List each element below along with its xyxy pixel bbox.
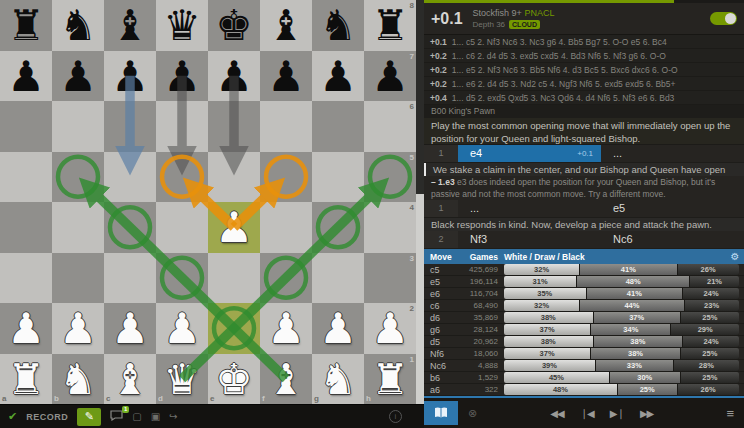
header-wdb: White / Draw / Black	[504, 252, 726, 262]
black-pawn-d7[interactable]: ♟	[156, 51, 208, 102]
square-g4[interactable]	[312, 202, 364, 253]
file-label-d: d	[158, 394, 163, 403]
square-f4[interactable]	[260, 202, 312, 253]
rank-label-3: 3	[410, 254, 414, 263]
square-a1[interactable]: ♜a	[0, 354, 52, 405]
engine-line-1[interactable]: +0.11... c5 2. Nf3 Nc6 3. Nc3 g6 4. Bb5 …	[424, 35, 744, 49]
black-king-e8[interactable]: ♚	[208, 0, 260, 51]
square-g1[interactable]: ♞g	[312, 354, 364, 405]
white-percent: 39%	[504, 360, 595, 371]
engine-eval: +0.1	[431, 10, 463, 28]
white-knight-b1[interactable]: ♞	[52, 354, 104, 405]
explorer-row-g6[interactable]: g628,12437%34%29%	[424, 324, 744, 336]
square-h1[interactable]: ♜h1	[364, 354, 416, 405]
engine-name: Stockfish 9+	[473, 8, 522, 18]
square-e2[interactable]	[208, 303, 260, 354]
square-a3[interactable]	[0, 253, 52, 304]
square-d5[interactable]	[156, 152, 208, 203]
line-eval: +0.2	[430, 65, 447, 75]
result-bar: 48%25%26%	[504, 384, 739, 395]
white-bishop-f1[interactable]: ♝	[260, 354, 312, 405]
rank-label-7: 7	[410, 52, 414, 61]
move-number: 2	[424, 231, 458, 248]
file-label-f: f	[262, 394, 265, 403]
file-label-c: c	[106, 394, 110, 403]
square-g3[interactable]	[312, 253, 364, 304]
white-percent: 37%	[504, 348, 590, 359]
square-d8[interactable]: ♛	[156, 0, 208, 51]
board-pane: ♜♞♝♛♚♝♞♜8♟♟♟♟♟♟♟♟765♟43♟♟♟♟♟♟♟2♜a♞b♝c♛d♚…	[0, 0, 424, 428]
black-knight-b8[interactable]: ♞	[52, 0, 104, 51]
explorer-games: 68,490	[456, 301, 504, 310]
rank-label-8: 8	[410, 1, 414, 10]
square-f7[interactable]: ♟	[260, 51, 312, 102]
move-black-e5[interactable]: e5	[601, 200, 744, 217]
opening-name: B00 King's Pawn	[424, 105, 744, 118]
line-eval: +0.4	[430, 93, 447, 103]
explorer-row-Nc6[interactable]: Nc64,88839%33%28%	[424, 360, 744, 372]
move-row-3: 2 Nf3 Nc6	[424, 231, 744, 249]
engine-depth: Depth 36	[473, 20, 505, 30]
white-pawn-c2[interactable]: ♟	[104, 303, 156, 354]
result-bar: 32%41%26%	[504, 264, 739, 275]
draw-percent: 38%	[594, 336, 683, 347]
white-pawn-d2[interactable]: ♟	[156, 303, 208, 354]
black-bishop-f8[interactable]: ♝	[260, 0, 312, 51]
white-king-e1[interactable]: ♚	[208, 354, 260, 405]
analysis-panel: +0.1 Stockfish 9+ PNACL Depth 36 CLOUD +…	[424, 0, 744, 428]
square-e7[interactable]: ♟	[208, 51, 260, 102]
explorer-row-d5[interactable]: d520,96238%38%24%	[424, 336, 744, 348]
square-h2[interactable]: ♟2	[364, 303, 416, 354]
white-percent: 45%	[504, 372, 609, 383]
explorer-row-a6[interactable]: a632248%25%26%	[424, 384, 744, 396]
square-h7[interactable]: ♟7	[364, 51, 416, 102]
line-eval: +0.2	[430, 79, 447, 89]
skip-to-end-button[interactable]: ▶▶	[640, 408, 653, 419]
white-rook-a1[interactable]: ♜	[0, 354, 52, 405]
guidance-text: Play the most common opening move that w…	[424, 118, 744, 145]
square-d4[interactable]	[156, 202, 208, 253]
record-label: RECORD	[26, 412, 68, 422]
explorer-move: g6	[424, 325, 456, 335]
move-number: 1	[424, 145, 458, 162]
explorer-move: c5	[424, 265, 456, 275]
square-f1[interactable]: ♝f	[260, 354, 312, 405]
explorer-games: 18,060	[456, 349, 504, 358]
square-b2[interactable]: ♟	[52, 303, 104, 354]
line-moves: 1... c5 2. Nf3 Nc6 3. Nc3 g6 4. Bb5 Bg7 …	[452, 37, 667, 47]
result-bar: 37%34%29%	[504, 324, 739, 335]
explorer-move: e5	[424, 277, 456, 287]
result-bar: 31%48%21%	[504, 276, 739, 287]
square-f5[interactable]	[260, 152, 312, 203]
explorer-games: 425,699	[456, 265, 504, 274]
draw-percent: 34%	[591, 324, 670, 335]
white-rook-h1[interactable]: ♜	[364, 354, 416, 405]
move-navigation: ◀◀ ❘◀ ▶❘ ▶▶	[550, 408, 653, 419]
explorer-move: Nf6	[424, 349, 456, 359]
board-image-button[interactable]: ▣	[151, 411, 160, 422]
variation-line[interactable]: – 1.e3 e3 does indeed open the position …	[424, 176, 744, 200]
draw-percent: 37%	[594, 312, 680, 323]
engine-toggle[interactable]	[710, 12, 737, 25]
black-pawn-g7[interactable]: ♟	[312, 51, 364, 102]
result-bar: 38%37%25%	[504, 312, 739, 323]
white-knight-g1[interactable]: ♞	[312, 354, 364, 405]
explorer-games: 4,888	[456, 361, 504, 370]
square-f6[interactable]	[260, 101, 312, 152]
draw-percent: 25%	[618, 384, 677, 395]
square-f3[interactable]	[260, 253, 312, 304]
square-e4[interactable]: ♟	[208, 202, 260, 253]
white-percent: 32%	[504, 300, 579, 311]
white-pawn-f2[interactable]: ♟	[260, 303, 312, 354]
result-bar: 32%44%23%	[504, 300, 739, 311]
file-label-b: b	[54, 394, 59, 403]
move-number: 1	[424, 200, 458, 217]
header-move: Move	[424, 252, 456, 262]
explorer-row-Nf6[interactable]: Nf618,06037%38%25%	[424, 348, 744, 360]
rank-label-5: 5	[410, 153, 414, 162]
square-d6[interactable]	[156, 101, 208, 152]
black-pawn-c7[interactable]: ♟	[104, 51, 156, 102]
square-f8[interactable]: ♝	[260, 0, 312, 51]
explorer-games: 116,704	[456, 289, 504, 298]
comment-button[interactable]: 1	[110, 410, 123, 424]
record-toolbar: ✔ RECORD ✎ 1 ▢ ▣ ↪ i	[0, 404, 424, 428]
white-queen-d1[interactable]: ♛	[156, 354, 208, 405]
move-row-2: 1 ... e5	[424, 200, 744, 218]
explorer-row-e6[interactable]: e6116,70435%41%24%	[424, 288, 744, 300]
rank-label-4: 4	[410, 203, 414, 212]
square-e3[interactable]	[208, 253, 260, 304]
square-f2[interactable]: ♟	[260, 303, 312, 354]
file-label-h: h	[366, 394, 371, 403]
square-g2[interactable]: ♟	[312, 303, 364, 354]
black-pawn-f7[interactable]: ♟	[260, 51, 312, 102]
square-e5[interactable]	[208, 152, 260, 203]
white-percent: 31%	[504, 276, 576, 287]
black-queen-d8[interactable]: ♛	[156, 0, 208, 51]
square-b3[interactable]	[52, 253, 104, 304]
engine-tech: PNACL	[524, 8, 554, 18]
square-b6[interactable]	[52, 101, 104, 152]
move-comment-2: Black responds in kind. Now, develop a p…	[424, 218, 744, 231]
explorer-row-c6[interactable]: c668,49032%44%23%	[424, 300, 744, 312]
square-a2[interactable]: ♟	[0, 303, 52, 354]
explorer-move: d6	[424, 313, 456, 323]
black-rook-a8[interactable]: ♜	[0, 0, 52, 51]
white-percent: 38%	[504, 312, 593, 323]
square-a5[interactable]	[0, 152, 52, 203]
square-b1[interactable]: ♞b	[52, 354, 104, 405]
black-pawn-h7[interactable]: ♟	[364, 51, 416, 102]
explorer-rows: c5425,69932%41%26%e5196,11431%48%21%e611…	[424, 264, 744, 396]
square-d1[interactable]: ♛d	[156, 354, 208, 405]
file-label-g: g	[314, 394, 319, 403]
info-icon[interactable]: i	[389, 410, 402, 423]
black-rook-h8[interactable]: ♜	[364, 0, 416, 51]
square-a7[interactable]: ♟	[0, 51, 52, 102]
square-a6[interactable]	[0, 101, 52, 152]
square-g5[interactable]	[312, 152, 364, 203]
book-icon	[434, 407, 448, 419]
square-c3[interactable]	[104, 253, 156, 304]
engine-line-5[interactable]: +0.41... d5 2. exd5 Qxd5 3. Nc3 Qd6 4. d…	[424, 91, 744, 105]
variation-move: – 1.e3	[431, 177, 455, 187]
black-percent: 25%	[681, 348, 739, 359]
square-g7[interactable]: ♟	[312, 51, 364, 102]
square-h8[interactable]: ♜8	[364, 0, 416, 51]
move-eval: +0.1	[577, 145, 593, 162]
explorer-row-c5[interactable]: c5425,69932%41%26%	[424, 264, 744, 276]
explorer-games: 35,869	[456, 313, 504, 322]
black-knight-g8[interactable]: ♞	[312, 0, 364, 51]
black-bishop-c8[interactable]: ♝	[104, 0, 156, 51]
black-percent: 26%	[678, 384, 739, 395]
explorer-games: 28,124	[456, 325, 504, 334]
chess-board[interactable]: ♜♞♝♛♚♝♞♜8♟♟♟♟♟♟♟♟765♟43♟♟♟♟♟♟♟2♜a♞b♝c♛d♚…	[0, 0, 416, 404]
explorer-row-e5[interactable]: e5196,11431%48%21%	[424, 276, 744, 288]
move-white-e4[interactable]: e4 +0.1	[458, 145, 601, 162]
square-c5[interactable]	[104, 152, 156, 203]
square-d2[interactable]: ♟	[156, 303, 208, 354]
square-e8[interactable]: ♚	[208, 0, 260, 51]
black-percent: 28%	[674, 360, 739, 371]
white-percent: 35%	[504, 288, 586, 299]
black-percent: 24%	[683, 336, 739, 347]
square-d3[interactable]	[156, 253, 208, 304]
white-pawn-g2[interactable]: ♟	[312, 303, 364, 354]
explorer-header: Move Games White / Draw / Black ⚙	[424, 249, 744, 264]
move-black-nc6[interactable]: Nc6	[601, 231, 744, 248]
black-percent: 26%	[678, 264, 739, 275]
square-b8[interactable]: ♞	[52, 0, 104, 51]
result-bar: 37%38%25%	[504, 348, 739, 359]
explorer-games: 196,114	[456, 277, 504, 286]
square-d7[interactable]: ♟	[156, 51, 208, 102]
result-bar: 45%30%25%	[504, 372, 739, 383]
draw-percent: 33%	[596, 360, 673, 371]
result-bar: 35%41%24%	[504, 288, 739, 299]
white-bishop-c1[interactable]: ♝	[104, 354, 156, 405]
move-white-nf3[interactable]: Nf3	[458, 231, 601, 248]
white-percent: 32%	[504, 264, 579, 275]
square-h5[interactable]: 5	[364, 152, 416, 203]
file-label-e: e	[210, 394, 214, 403]
bottom-nav-bar: ⊗ ◀◀ ❘◀ ▶❘ ▶▶ ≡	[424, 396, 744, 428]
comment-count-badge: 1	[122, 406, 129, 413]
engine-lines: +0.11... c5 2. Nf3 Nc6 3. Nc3 g6 4. Bb5 …	[424, 34, 744, 105]
file-label-a: a	[2, 394, 6, 403]
move-row-1: 1 e4 +0.1 ...	[424, 145, 744, 163]
engine-header: +0.1 Stockfish 9+ PNACL Depth 36 CLOUD	[424, 3, 744, 34]
step-forward-button[interactable]: ▶❘	[610, 408, 624, 419]
square-g8[interactable]: ♞	[312, 0, 364, 51]
result-bar: 39%33%28%	[504, 360, 739, 371]
skip-to-start-button[interactable]: ◀◀	[550, 408, 563, 419]
explorer-move: a6	[424, 385, 456, 395]
line-moves: 1... c6 2. d4 d5 3. exd5 cxd5 4. Bd3 Nf6…	[452, 51, 666, 61]
move-white-dots[interactable]: ...	[458, 200, 601, 217]
step-back-button[interactable]: ❘◀	[580, 408, 594, 419]
square-h3[interactable]: 3	[364, 253, 416, 304]
draw-percent: 30%	[610, 372, 680, 383]
draw-annotation-button[interactable]: ✎	[77, 408, 101, 426]
square-b4[interactable]	[52, 202, 104, 253]
white-pawn-a2[interactable]: ♟	[0, 303, 52, 354]
square-c2[interactable]: ♟	[104, 303, 156, 354]
white-percent: 38%	[504, 336, 593, 347]
result-bar: 38%38%24%	[504, 336, 739, 347]
black-percent: 25%	[681, 312, 739, 323]
explorer-games: 20,962	[456, 337, 504, 346]
square-a8[interactable]: ♜	[0, 0, 52, 51]
square-c4[interactable]	[104, 202, 156, 253]
share-button[interactable]: ↪	[169, 411, 177, 422]
square-c8[interactable]: ♝	[104, 0, 156, 51]
square-b5[interactable]	[52, 152, 104, 203]
black-percent: 29%	[671, 324, 739, 335]
line-moves: 1... e6 2. d4 d5 3. Nd2 c5 4. Ngf3 Nf6 5…	[452, 79, 676, 89]
black-percent: 23%	[685, 300, 739, 311]
explorer-move: e6	[424, 289, 456, 299]
line-moves: 1... d5 2. exd5 Qxd5 3. Nc3 Qd6 4. d4 Nf…	[452, 93, 675, 103]
rank-label-6: 6	[410, 102, 414, 111]
opening-explorer: Move Games White / Draw / Black ⚙ c5425,…	[424, 249, 744, 396]
draw-percent: 41%	[580, 264, 676, 275]
explorer-games: 322	[456, 385, 504, 394]
explorer-games: 1,529	[456, 373, 504, 382]
black-percent: 25%	[681, 372, 739, 383]
black-pawn-e7[interactable]: ♟	[208, 51, 260, 102]
white-pawn-e4[interactable]: ♟	[208, 202, 260, 253]
explorer-settings-gear-icon[interactable]: ⚙	[726, 251, 744, 262]
record-check-icon: ✔	[8, 410, 17, 423]
header-games: Games	[456, 252, 504, 262]
square-c7[interactable]: ♟	[104, 51, 156, 102]
hide-explorer-icon[interactable]: ⊗	[468, 407, 477, 420]
rank-label-2: 2	[410, 304, 414, 313]
explorer-row-b6[interactable]: b61,52945%30%25%	[424, 372, 744, 384]
square-c6[interactable]	[104, 101, 156, 152]
black-percent: 24%	[683, 288, 739, 299]
square-c1[interactable]: ♝c	[104, 354, 156, 405]
draw-percent: 41%	[587, 288, 683, 299]
white-pawn-h2[interactable]: ♟	[364, 303, 416, 354]
black-pawn-a7[interactable]: ♟	[0, 51, 52, 102]
opening-book-button[interactable]	[424, 401, 458, 425]
white-percent: 48%	[504, 384, 617, 395]
white-percent: 37%	[504, 324, 590, 335]
white-pawn-b2[interactable]: ♟	[52, 303, 104, 354]
explorer-move: c6	[424, 301, 456, 311]
cloud-badge: CLOUD	[509, 20, 540, 29]
line-eval: +0.2	[430, 51, 447, 61]
draw-percent: 48%	[577, 276, 689, 287]
black-pawn-b7[interactable]: ♟	[52, 51, 104, 102]
square-a4[interactable]	[0, 202, 52, 253]
black-percent: 21%	[690, 276, 739, 287]
analysis-app: ♜♞♝♛♚♝♞♜8♟♟♟♟♟♟♟♟765♟43♟♟♟♟♟♟♟2♜a♞b♝c♛d♚…	[0, 0, 744, 428]
explorer-move: b6	[424, 373, 456, 383]
eval-gauge	[416, 0, 424, 404]
draw-percent: 38%	[591, 348, 680, 359]
engine-line-2[interactable]: +0.21... c6 2. d4 d5 3. exd5 cxd5 4. Bd3…	[424, 49, 744, 63]
square-e1[interactable]: ♚e	[208, 354, 260, 405]
menu-hamburger-icon[interactable]: ≡	[726, 406, 734, 421]
square-g6[interactable]	[312, 101, 364, 152]
expand-icon-button[interactable]: ▢	[132, 411, 141, 422]
explorer-row-d6[interactable]: d635,86938%37%25%	[424, 312, 744, 324]
line-eval: +0.1	[430, 37, 447, 47]
square-b7[interactable]: ♟	[52, 51, 104, 102]
engine-line-4[interactable]: +0.21... e6 2. d4 d5 3. Nd2 c5 4. Ngf3 N…	[424, 77, 744, 91]
draw-percent: 44%	[580, 300, 683, 311]
rank-label-1: 1	[410, 355, 414, 364]
square-e6[interactable]	[208, 101, 260, 152]
explorer-move: Nc6	[424, 361, 456, 371]
pencil-icon: ✎	[85, 410, 94, 423]
engine-line-3[interactable]: +0.21... e5 2. Nf3 Nc6 3. Bb5 Nf6 4. d3 …	[424, 63, 744, 77]
move-black-dots[interactable]: ...	[601, 145, 744, 162]
square-h4[interactable]: 4	[364, 202, 416, 253]
explorer-move: d5	[424, 337, 456, 347]
line-moves: 1... e5 2. Nf3 Nc6 3. Bb5 Nf6 4. d3 Bc5 …	[452, 65, 678, 75]
square-h6[interactable]: 6	[364, 101, 416, 152]
move-comment-1: We stake a claim in the center, and our …	[424, 163, 744, 176]
